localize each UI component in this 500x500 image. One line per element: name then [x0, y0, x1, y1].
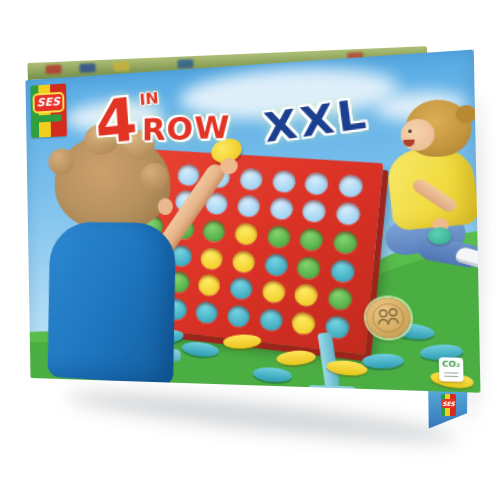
co2-badge-line	[444, 372, 458, 374]
ses-logo: SES	[30, 83, 66, 137]
co2-badge-line	[444, 375, 458, 377]
empty-hole	[335, 202, 361, 226]
empty-hole	[304, 172, 329, 195]
blue-disc	[264, 253, 289, 277]
box-front-panel: SES 4 IN ROW XXL	[25, 49, 480, 392]
blue-disc	[258, 308, 283, 332]
top-panel-thumbnail	[79, 63, 95, 73]
yellow-disc	[291, 311, 316, 335]
boy-shirt	[48, 221, 176, 384]
foot-base	[307, 385, 357, 393]
side-ses-logo-text: SES	[442, 399, 455, 408]
empty-hole	[327, 287, 353, 311]
empty-hole	[266, 225, 291, 249]
top-panel-thumbnail	[177, 59, 193, 69]
boy-ear	[158, 198, 173, 215]
product-photo: 4IN ROW XXL SES SES 4 IN ROW XXL	[0, 0, 500, 500]
blue-disc	[330, 259, 356, 283]
side-ses-logo: SES	[441, 394, 456, 416]
title-in: IN	[139, 89, 159, 110]
top-panel-thumbnail	[45, 65, 61, 75]
yellow-disc	[294, 283, 319, 307]
empty-hole	[299, 228, 324, 252]
title-number: 4	[93, 89, 139, 153]
top-panel-thumbnail	[113, 62, 129, 72]
title-row: ROW	[142, 109, 231, 148]
empty-hole	[269, 197, 294, 220]
product-title-logo: 4 IN ROW	[93, 75, 260, 175]
empty-hole	[296, 256, 321, 280]
ses-logo-text: SES	[33, 92, 65, 114]
girl-hair-bun	[456, 105, 477, 124]
girl-player	[356, 97, 480, 328]
box-drop-shadow	[66, 384, 459, 451]
ses-logo-ribbon	[36, 114, 62, 122]
yellow-disc	[261, 280, 286, 304]
co2-badge: CO₂	[439, 357, 464, 382]
co2-badge-text: CO₂	[439, 360, 463, 371]
empty-hole	[271, 170, 296, 193]
empty-hole	[301, 200, 326, 224]
empty-hole	[332, 230, 358, 254]
